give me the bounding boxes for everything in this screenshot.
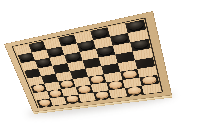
wood-man: [65, 95, 78, 102]
cell-h1: [142, 83, 161, 94]
wood-man: [141, 75, 156, 84]
board-grid: [14, 20, 161, 108]
black-man: [132, 39, 148, 49]
wood-man: [60, 80, 74, 88]
wood-man: [77, 85, 91, 93]
wood-man: [122, 70, 137, 79]
wood-man: [108, 80, 123, 88]
wood-man: [95, 91, 109, 99]
wood-man: [32, 84, 45, 91]
checkers-board: [4, 11, 173, 114]
wood-man: [90, 75, 104, 83]
photo-stage: [0, 0, 200, 124]
playing-area-border: [12, 17, 163, 108]
black-man: [37, 58, 51, 66]
wood-man: [127, 86, 142, 94]
cell-g1: [125, 86, 144, 96]
board-frame: [4, 11, 172, 112]
black-man: [66, 52, 80, 61]
black-man: [19, 53, 32, 61]
black-man: [48, 47, 62, 56]
wood-man: [38, 99, 51, 106]
wood-man: [49, 89, 62, 96]
black-man: [98, 46, 113, 55]
